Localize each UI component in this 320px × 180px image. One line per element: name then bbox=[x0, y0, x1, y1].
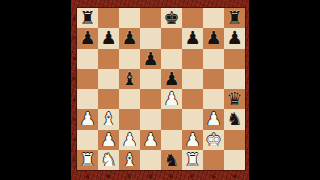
white-pawn: ♟ bbox=[79, 110, 95, 128]
black-pawn: ♟ bbox=[100, 29, 116, 47]
square-e2[interactable] bbox=[161, 130, 182, 150]
black-pawn: ♟ bbox=[226, 29, 242, 47]
square-e5[interactable]: ♟ bbox=[161, 69, 182, 89]
black-pawn: ♟ bbox=[163, 69, 179, 87]
black-pawn: ♟ bbox=[184, 29, 200, 47]
square-a4[interactable] bbox=[77, 89, 98, 109]
square-h5[interactable] bbox=[224, 69, 245, 89]
square-e4[interactable]: ♟ bbox=[161, 89, 182, 109]
white-bishop: ♝ bbox=[100, 110, 116, 128]
black-king: ♚ bbox=[163, 9, 179, 27]
square-g8[interactable] bbox=[203, 8, 224, 28]
black-rook: ♜ bbox=[79, 9, 95, 27]
file-label-g: G bbox=[203, 170, 224, 180]
square-h3[interactable]: ♞ bbox=[224, 109, 245, 129]
square-b3[interactable]: ♝ bbox=[98, 109, 119, 129]
black-knight: ♞ bbox=[226, 110, 242, 128]
square-d6[interactable]: ♟ bbox=[140, 49, 161, 69]
square-c6[interactable] bbox=[119, 49, 140, 69]
square-d1[interactable] bbox=[140, 150, 161, 170]
square-c3[interactable] bbox=[119, 109, 140, 129]
video-frame: 87654321 ♜♚♜♟♟♟♟♟♟♟♝♟♟♛♟♝♟♞♟♟♟♟♚♜♞♝♞♜ AB… bbox=[0, 0, 320, 180]
black-pawn: ♟ bbox=[142, 49, 158, 67]
square-b2[interactable]: ♟ bbox=[98, 130, 119, 150]
square-g6[interactable] bbox=[203, 49, 224, 69]
white-knight: ♞ bbox=[100, 150, 116, 168]
square-h7[interactable]: ♟ bbox=[224, 28, 245, 48]
square-g5[interactable] bbox=[203, 69, 224, 89]
square-c4[interactable] bbox=[119, 89, 140, 109]
square-b7[interactable]: ♟ bbox=[98, 28, 119, 48]
square-e8[interactable]: ♚ bbox=[161, 8, 182, 28]
black-pawn: ♟ bbox=[121, 29, 137, 47]
square-f7[interactable]: ♟ bbox=[182, 28, 203, 48]
square-f2[interactable]: ♟ bbox=[182, 130, 203, 150]
square-g2[interactable]: ♚ bbox=[203, 130, 224, 150]
square-e6[interactable] bbox=[161, 49, 182, 69]
square-f8[interactable] bbox=[182, 8, 203, 28]
square-c5[interactable]: ♝ bbox=[119, 69, 140, 89]
square-f5[interactable] bbox=[182, 69, 203, 89]
black-knight: ♞ bbox=[163, 150, 179, 168]
square-g4[interactable] bbox=[203, 89, 224, 109]
black-bishop: ♝ bbox=[121, 69, 137, 87]
square-b4[interactable] bbox=[98, 89, 119, 109]
chess-board: 87654321 ♜♚♜♟♟♟♟♟♟♟♝♟♟♛♟♝♟♞♟♟♟♟♚♜♞♝♞♜ AB… bbox=[71, 0, 249, 180]
white-pawn: ♟ bbox=[121, 130, 137, 148]
white-pawn: ♟ bbox=[184, 130, 200, 148]
square-b8[interactable] bbox=[98, 8, 119, 28]
file-label-h: H bbox=[224, 170, 245, 180]
square-d3[interactable] bbox=[140, 109, 161, 129]
square-c1[interactable]: ♝ bbox=[119, 150, 140, 170]
square-d2[interactable]: ♟ bbox=[140, 130, 161, 150]
square-e7[interactable] bbox=[161, 28, 182, 48]
black-rook: ♜ bbox=[226, 9, 242, 27]
white-pawn: ♟ bbox=[142, 130, 158, 148]
square-g3[interactable]: ♟ bbox=[203, 109, 224, 129]
square-h4[interactable]: ♛ bbox=[224, 89, 245, 109]
square-a6[interactable] bbox=[77, 49, 98, 69]
file-label-e: E bbox=[161, 170, 182, 180]
square-f3[interactable] bbox=[182, 109, 203, 129]
black-queen: ♛ bbox=[226, 90, 242, 108]
square-d7[interactable] bbox=[140, 28, 161, 48]
square-h6[interactable] bbox=[224, 49, 245, 69]
square-a7[interactable]: ♟ bbox=[77, 28, 98, 48]
square-c8[interactable] bbox=[119, 8, 140, 28]
file-label-c: C bbox=[119, 170, 140, 180]
square-a1[interactable]: ♜ bbox=[77, 150, 98, 170]
square-a2[interactable] bbox=[77, 130, 98, 150]
white-king: ♚ bbox=[205, 130, 221, 148]
square-b6[interactable] bbox=[98, 49, 119, 69]
square-g1[interactable] bbox=[203, 150, 224, 170]
white-pawn: ♟ bbox=[205, 110, 221, 128]
white-bishop: ♝ bbox=[121, 150, 137, 168]
square-d4[interactable] bbox=[140, 89, 161, 109]
square-g7[interactable]: ♟ bbox=[203, 28, 224, 48]
square-h1[interactable] bbox=[224, 150, 245, 170]
black-pawn: ♟ bbox=[205, 29, 221, 47]
white-rook: ♜ bbox=[184, 150, 200, 168]
square-b5[interactable] bbox=[98, 69, 119, 89]
file-label-a: A bbox=[77, 170, 98, 180]
board-grid: ♜♚♜♟♟♟♟♟♟♟♝♟♟♛♟♝♟♞♟♟♟♟♚♜♞♝♞♜ bbox=[77, 8, 245, 170]
square-e3[interactable] bbox=[161, 109, 182, 129]
black-pawn: ♟ bbox=[79, 29, 95, 47]
square-f4[interactable] bbox=[182, 89, 203, 109]
file-label-f: F bbox=[182, 170, 203, 180]
square-f1[interactable]: ♜ bbox=[182, 150, 203, 170]
square-e1[interactable]: ♞ bbox=[161, 150, 182, 170]
square-h2[interactable] bbox=[224, 130, 245, 150]
file-labels: ABCDEFGH bbox=[77, 170, 245, 180]
square-d5[interactable] bbox=[140, 69, 161, 89]
square-a3[interactable]: ♟ bbox=[77, 109, 98, 129]
file-label-d: D bbox=[140, 170, 161, 180]
square-h8[interactable]: ♜ bbox=[224, 8, 245, 28]
white-pawn: ♟ bbox=[163, 90, 179, 108]
square-d8[interactable] bbox=[140, 8, 161, 28]
square-c2[interactable]: ♟ bbox=[119, 130, 140, 150]
file-label-b: B bbox=[98, 170, 119, 180]
square-c7[interactable]: ♟ bbox=[119, 28, 140, 48]
square-f6[interactable] bbox=[182, 49, 203, 69]
white-rook: ♜ bbox=[79, 150, 95, 168]
white-pawn: ♟ bbox=[100, 130, 116, 148]
square-b1[interactable]: ♞ bbox=[98, 150, 119, 170]
square-a5[interactable] bbox=[77, 69, 98, 89]
square-a8[interactable]: ♜ bbox=[77, 8, 98, 28]
